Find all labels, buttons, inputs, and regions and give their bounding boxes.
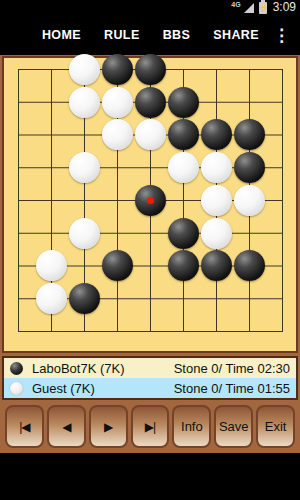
- nav-item-rule[interactable]: RULE: [104, 28, 140, 42]
- black-stone: [135, 54, 166, 85]
- intersection-i4[interactable]: [266, 151, 299, 184]
- battery-charging-icon: ⚡: [259, 2, 267, 14]
- black-stone: [135, 87, 166, 118]
- white-stone: [234, 185, 265, 216]
- intersection-a7[interactable]: [2, 250, 35, 283]
- intersection-a1[interactable]: [2, 53, 35, 86]
- intersection-b2[interactable]: [35, 86, 68, 119]
- intersection-c8[interactable]: [68, 282, 101, 315]
- intersection-a9[interactable]: [2, 315, 35, 348]
- intersection-f5[interactable]: [167, 184, 200, 217]
- intersection-h1[interactable]: [233, 53, 266, 86]
- intersection-h6[interactable]: [233, 217, 266, 250]
- black-player-stats: Stone 0/ Time 02:30: [174, 361, 290, 376]
- white-stone: [201, 152, 232, 183]
- white-player-stats: Stone 0/ Time 01:55: [174, 381, 290, 396]
- intersection-f4[interactable]: [167, 151, 200, 184]
- intersection-a2[interactable]: [2, 86, 35, 119]
- black-player-row: LaboBot7K (7K) Stone 0/ Time 02:30: [4, 358, 296, 378]
- intersection-f7[interactable]: [167, 250, 200, 283]
- black-stone: [234, 119, 265, 150]
- white-stone-icon: [10, 382, 23, 395]
- white-stone: [69, 87, 100, 118]
- lightning-icon: ⚡: [259, 3, 267, 13]
- black-stone-icon: [10, 362, 23, 375]
- intersection-c9[interactable]: [68, 315, 101, 348]
- go-board-grid: [2, 53, 299, 348]
- intersection-c3[interactable]: [68, 119, 101, 152]
- white-player-name: Guest (7K): [32, 381, 95, 396]
- next-move-button[interactable]: ▶: [89, 405, 128, 448]
- black-stone: [234, 250, 265, 281]
- nav-menu: HOMERULEBBSSHARE: [42, 28, 259, 42]
- intersection-h2[interactable]: [233, 86, 266, 119]
- intersection-d2[interactable]: [101, 86, 134, 119]
- intersection-g6[interactable]: [200, 217, 233, 250]
- intersection-d9[interactable]: [101, 315, 134, 348]
- white-stone: [36, 250, 67, 281]
- nav-item-home[interactable]: HOME: [42, 28, 81, 42]
- intersection-e9[interactable]: [134, 315, 167, 348]
- white-stone: [102, 119, 133, 150]
- screen-footer: [0, 453, 300, 500]
- black-player-name: LaboBot7K (7K): [32, 361, 125, 376]
- intersection-c4[interactable]: [68, 151, 101, 184]
- intersection-c5[interactable]: [68, 184, 101, 217]
- white-stone: [69, 218, 100, 249]
- intersection-c1[interactable]: [68, 53, 101, 86]
- white-stone: [135, 119, 166, 150]
- intersection-e1[interactable]: [134, 53, 167, 86]
- intersection-g1[interactable]: [200, 53, 233, 86]
- intersection-e6[interactable]: [134, 217, 167, 250]
- save-button[interactable]: Save: [214, 405, 253, 448]
- intersection-h7[interactable]: [233, 250, 266, 283]
- intersection-f6[interactable]: [167, 217, 200, 250]
- intersection-i6[interactable]: [266, 217, 299, 250]
- intersection-c6[interactable]: [68, 217, 101, 250]
- intersection-h8[interactable]: [233, 282, 266, 315]
- intersection-g8[interactable]: [200, 282, 233, 315]
- intersection-d6[interactable]: [101, 217, 134, 250]
- intersection-f1[interactable]: [167, 53, 200, 86]
- exit-button[interactable]: Exit: [256, 405, 295, 448]
- black-stone: [102, 250, 133, 281]
- go-board: [2, 56, 298, 353]
- black-stone: [201, 119, 232, 150]
- nav-item-share[interactable]: SHARE: [213, 28, 259, 42]
- intersection-f8[interactable]: [167, 282, 200, 315]
- prev-move-button[interactable]: ◀: [47, 405, 86, 448]
- intersection-g2[interactable]: [200, 86, 233, 119]
- intersection-d5[interactable]: [101, 184, 134, 217]
- info-button[interactable]: Info: [172, 405, 211, 448]
- white-stone: [36, 283, 67, 314]
- black-stone: [234, 152, 265, 183]
- black-stone: [102, 54, 133, 85]
- intersection-h3[interactable]: [233, 119, 266, 152]
- board-area: LaboBot7K (7K) Stone 0/ Time 02:30 Guest…: [0, 55, 300, 453]
- intersection-f9[interactable]: [167, 315, 200, 348]
- signal-strength-icon: [244, 3, 254, 13]
- white-player-row: Guest (7K) Stone 0/ Time 01:55: [4, 378, 296, 398]
- last-move-button[interactable]: ▶|: [131, 405, 170, 448]
- intersection-i1[interactable]: [266, 53, 299, 86]
- intersection-h5[interactable]: [233, 184, 266, 217]
- intersection-g5[interactable]: [200, 184, 233, 217]
- intersection-c7[interactable]: [68, 250, 101, 283]
- black-stone: [69, 283, 100, 314]
- intersection-b3[interactable]: [35, 119, 68, 152]
- status-bar: 4G ⚡ 3:09: [0, 0, 300, 15]
- overflow-menu-icon[interactable]: ⋮: [273, 27, 290, 44]
- intersection-i5[interactable]: [266, 184, 299, 217]
- intersection-d4[interactable]: [101, 151, 134, 184]
- intersection-e2[interactable]: [134, 86, 167, 119]
- app-screen: 4G ⚡ 3:09 HOMERULEBBSSHARE ⋮ LaboBot7K (…: [0, 0, 300, 500]
- intersection-b6[interactable]: [35, 217, 68, 250]
- intersection-b4[interactable]: [35, 151, 68, 184]
- intersection-i2[interactable]: [266, 86, 299, 119]
- first-move-button[interactable]: |◀: [5, 405, 44, 448]
- intersection-i9[interactable]: [266, 315, 299, 348]
- status-clock: 3:09: [273, 0, 296, 15]
- black-stone: [168, 119, 199, 150]
- intersection-a6[interactable]: [2, 217, 35, 250]
- intersection-g3[interactable]: [200, 119, 233, 152]
- intersection-c2[interactable]: [68, 86, 101, 119]
- intersection-b8[interactable]: [35, 282, 68, 315]
- intersection-b7[interactable]: [35, 250, 68, 283]
- intersection-e3[interactable]: [134, 119, 167, 152]
- intersection-a8[interactable]: [2, 282, 35, 315]
- intersection-h4[interactable]: [233, 151, 266, 184]
- intersection-e7[interactable]: [134, 250, 167, 283]
- intersection-a3[interactable]: [2, 119, 35, 152]
- player-panel: LaboBot7K (7K) Stone 0/ Time 02:30 Guest…: [2, 356, 298, 400]
- intersection-i3[interactable]: [266, 119, 299, 152]
- intersection-i7[interactable]: [266, 250, 299, 283]
- intersection-i8[interactable]: [266, 282, 299, 315]
- black-stone: [135, 185, 166, 216]
- intersection-d8[interactable]: [101, 282, 134, 315]
- white-stone: [69, 152, 100, 183]
- intersection-f3[interactable]: [167, 119, 200, 152]
- white-stone: [102, 87, 133, 118]
- intersection-g4[interactable]: [200, 151, 233, 184]
- white-stone: [201, 218, 232, 249]
- white-stone: [69, 54, 100, 85]
- black-stone: [168, 87, 199, 118]
- network-type-label: 4G: [231, 1, 240, 8]
- intersection-g7[interactable]: [200, 250, 233, 283]
- nav-bar: HOMERULEBBSSHARE ⋮: [0, 15, 300, 55]
- intersection-a4[interactable]: [2, 151, 35, 184]
- white-stone: [168, 152, 199, 183]
- black-stone: [168, 218, 199, 249]
- intersection-d1[interactable]: [101, 53, 134, 86]
- nav-item-bbs[interactable]: BBS: [163, 28, 191, 42]
- intersection-f2[interactable]: [167, 86, 200, 119]
- intersection-h9[interactable]: [233, 315, 266, 348]
- intersection-d3[interactable]: [101, 119, 134, 152]
- last-move-marker: [147, 197, 154, 204]
- intersection-d7[interactable]: [101, 250, 134, 283]
- intersection-b5[interactable]: [35, 184, 68, 217]
- white-stone: [201, 185, 232, 216]
- intersection-b1[interactable]: [35, 53, 68, 86]
- intersection-a5[interactable]: [2, 184, 35, 217]
- intersection-e8[interactable]: [134, 282, 167, 315]
- intersection-b9[interactable]: [35, 315, 68, 348]
- intersection-e5[interactable]: [134, 184, 167, 217]
- black-stone: [201, 250, 232, 281]
- intersection-g9[interactable]: [200, 315, 233, 348]
- control-bar: |◀◀▶▶|InfoSaveExit: [5, 405, 295, 448]
- black-stone: [168, 250, 199, 281]
- intersection-e4[interactable]: [134, 151, 167, 184]
